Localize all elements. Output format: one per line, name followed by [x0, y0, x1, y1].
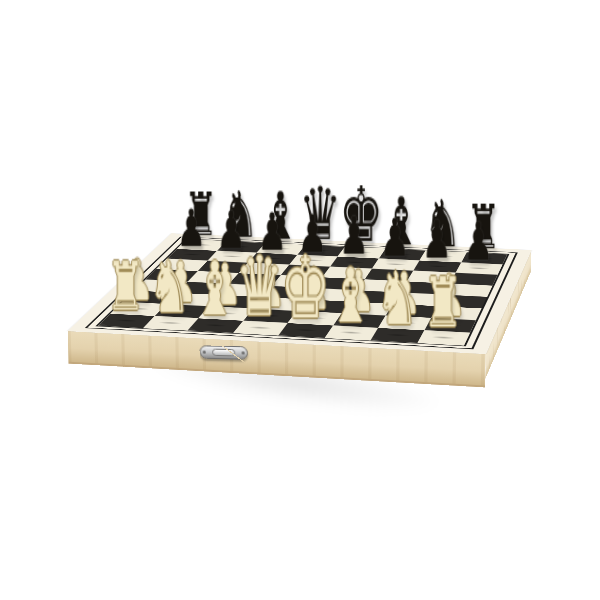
chess-board-3d: ♜♞♝♛♚♝♞♜♟♟♟♟♟♟♟♟♟♟♟♟♟♟♟♟♜♞♝♛♚♝♞♜	[68, 233, 532, 354]
piece-white-rook-h1[interactable]: ♜	[406, 269, 479, 338]
square-h1[interactable]: ♜	[417, 330, 470, 345]
printed-double-frame: ♜♞♝♛♚♝♞♜♟♟♟♟♟♟♟♟♟♟♟♟♟♟♟♟♜♞♝♛♚♝♞♜	[85, 237, 518, 350]
clasp-screw-icon	[202, 350, 205, 353]
piece-black-pawn-h7[interactable]: ♟	[446, 216, 512, 269]
chess-grid: ♜♞♝♛♚♝♞♜♟♟♟♟♟♟♟♟♟♟♟♟♟♟♟♟♜♞♝♛♚♝♞♜	[95, 239, 509, 347]
clasp-screw-icon	[241, 351, 244, 354]
clasp-latch[interactable]	[199, 345, 248, 361]
clasp-keeper	[212, 349, 235, 357]
fold-seam	[510, 298, 511, 322]
product-photo-scene: ♜♞♝♛♚♝♞♜♟♟♟♟♟♟♟♟♟♟♟♟♟♟♟♟♜♞♝♛♚♝♞♜	[0, 0, 600, 600]
